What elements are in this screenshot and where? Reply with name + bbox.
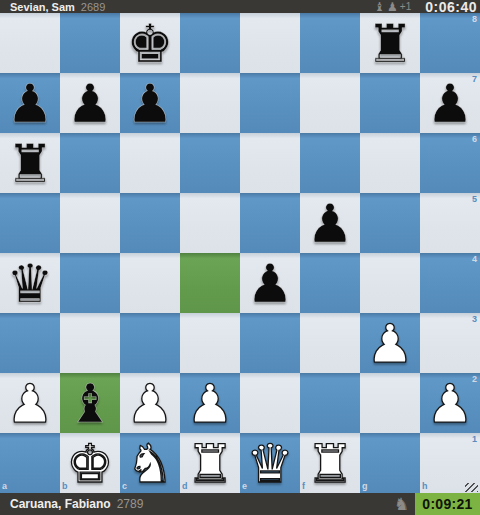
top-player-rating: 2689 bbox=[81, 1, 105, 13]
piece-black-rook-a6[interactable]: ♜ bbox=[0, 133, 60, 193]
material-advantage: +1 bbox=[400, 1, 411, 12]
square-e5[interactable] bbox=[240, 193, 300, 253]
top-player-bar: Sevian, Sam 2689 ♝ ♟ +1 0:06:40 bbox=[0, 0, 480, 13]
square-c4[interactable] bbox=[120, 253, 180, 313]
square-b7[interactable]: ♟ bbox=[60, 73, 120, 133]
piece-black-king-c8[interactable]: ♚ bbox=[120, 13, 180, 73]
square-b4[interactable] bbox=[60, 253, 120, 313]
square-f7[interactable] bbox=[300, 73, 360, 133]
rank-label-1: 1 bbox=[472, 435, 477, 444]
chess-app-window: Sevian, Sam 2689 ♝ ♟ +1 0:06:40 ♚♜8♟♟♟7♟… bbox=[0, 0, 480, 515]
square-a6[interactable]: ♜ bbox=[0, 133, 60, 193]
piece-white-knight-c1[interactable]: ♞ bbox=[120, 433, 180, 493]
square-a2[interactable]: ♟ bbox=[0, 373, 60, 433]
square-g2[interactable] bbox=[360, 373, 420, 433]
board-resize-handle[interactable] bbox=[465, 483, 478, 492]
square-g8[interactable]: ♜ bbox=[360, 13, 420, 73]
square-c6[interactable] bbox=[120, 133, 180, 193]
top-player-name: Sevian, Sam bbox=[10, 1, 75, 13]
square-d3[interactable] bbox=[180, 313, 240, 373]
square-f3[interactable] bbox=[300, 313, 360, 373]
square-e7[interactable] bbox=[240, 73, 300, 133]
square-d4[interactable] bbox=[180, 253, 240, 313]
piece-black-pawn-e4[interactable]: ♟ bbox=[240, 253, 300, 313]
square-e3[interactable] bbox=[240, 313, 300, 373]
square-e6[interactable] bbox=[240, 133, 300, 193]
square-d2[interactable]: ♟ bbox=[180, 373, 240, 433]
square-d7[interactable] bbox=[180, 73, 240, 133]
square-b5[interactable] bbox=[60, 193, 120, 253]
square-g6[interactable] bbox=[360, 133, 420, 193]
square-g4[interactable] bbox=[360, 253, 420, 313]
square-d8[interactable] bbox=[180, 13, 240, 73]
square-c5[interactable] bbox=[120, 193, 180, 253]
piece-white-pawn-g3[interactable]: ♟ bbox=[360, 313, 420, 373]
square-f5[interactable]: ♟ bbox=[300, 193, 360, 253]
rank-label-4: 4 bbox=[472, 255, 477, 264]
square-c1[interactable]: c♞ bbox=[120, 433, 180, 493]
piece-white-pawn-a2[interactable]: ♟ bbox=[0, 373, 60, 433]
piece-white-pawn-h2[interactable]: ♟ bbox=[420, 373, 480, 433]
square-e2[interactable] bbox=[240, 373, 300, 433]
square-g7[interactable] bbox=[360, 73, 420, 133]
square-e4[interactable]: ♟ bbox=[240, 253, 300, 313]
bottom-player-bar: Caruana, Fabiano 2789 ♞ 0:09:21 bbox=[0, 493, 480, 515]
file-label-a: a bbox=[2, 482, 7, 491]
bishop-icon: ♝ bbox=[374, 1, 385, 13]
rank-label-6: 6 bbox=[472, 135, 477, 144]
bottom-player-rating: 2789 bbox=[117, 497, 144, 511]
piece-black-pawn-a7[interactable]: ♟ bbox=[0, 73, 60, 133]
square-f6[interactable] bbox=[300, 133, 360, 193]
square-e1[interactable]: e♛ bbox=[240, 433, 300, 493]
knight-icon: ♞ bbox=[394, 496, 409, 513]
square-a3[interactable] bbox=[0, 313, 60, 373]
square-b2[interactable]: ♝ bbox=[60, 373, 120, 433]
piece-white-king-b1[interactable]: ♚ bbox=[60, 433, 120, 493]
square-a7[interactable]: ♟ bbox=[0, 73, 60, 133]
square-g1[interactable]: g bbox=[360, 433, 420, 493]
square-a5[interactable] bbox=[0, 193, 60, 253]
square-d6[interactable] bbox=[180, 133, 240, 193]
square-a8[interactable] bbox=[0, 13, 60, 73]
square-h3[interactable]: 3 bbox=[420, 313, 480, 373]
rank-label-3: 3 bbox=[472, 315, 477, 324]
piece-white-rook-d1[interactable]: ♜ bbox=[180, 433, 240, 493]
square-f2[interactable] bbox=[300, 373, 360, 433]
bottom-player-name: Caruana, Fabiano bbox=[10, 497, 111, 511]
piece-black-pawn-c7[interactable]: ♟ bbox=[120, 73, 180, 133]
rank-label-8: 8 bbox=[472, 15, 477, 24]
square-h2[interactable]: 2♟ bbox=[420, 373, 480, 433]
square-b8[interactable] bbox=[60, 13, 120, 73]
square-h4[interactable]: 4 bbox=[420, 253, 480, 313]
square-c2[interactable]: ♟ bbox=[120, 373, 180, 433]
piece-black-bishop-b2[interactable]: ♝ bbox=[60, 373, 120, 433]
square-c3[interactable] bbox=[120, 313, 180, 373]
piece-white-rook-f1[interactable]: ♜ bbox=[300, 433, 360, 493]
piece-black-rook-g8[interactable]: ♜ bbox=[360, 13, 420, 73]
piece-white-pawn-c2[interactable]: ♟ bbox=[120, 373, 180, 433]
piece-black-pawn-b7[interactable]: ♟ bbox=[60, 73, 120, 133]
piece-white-queen-e1[interactable]: ♛ bbox=[240, 433, 300, 493]
bottom-player-clock-active: 0:09:21 bbox=[415, 493, 480, 515]
square-e8[interactable] bbox=[240, 13, 300, 73]
square-b3[interactable] bbox=[60, 313, 120, 373]
chess-board[interactable]: ♚♜8♟♟♟7♟♜6♟5♛♟4♟3♟♝♟♟2♟ab♚c♞d♜e♛f♜g1h bbox=[0, 13, 480, 493]
file-label-g: g bbox=[362, 482, 368, 491]
pawn-icon: ♟ bbox=[387, 1, 398, 13]
square-a4[interactable]: ♛ bbox=[0, 253, 60, 313]
piece-black-queen-a4[interactable]: ♛ bbox=[0, 253, 60, 313]
piece-black-pawn-f5[interactable]: ♟ bbox=[300, 193, 360, 253]
rank-label-5: 5 bbox=[472, 195, 477, 204]
square-f8[interactable] bbox=[300, 13, 360, 73]
square-b6[interactable] bbox=[60, 133, 120, 193]
square-g3[interactable]: ♟ bbox=[360, 313, 420, 373]
square-c8[interactable]: ♚ bbox=[120, 13, 180, 73]
square-d1[interactable]: d♜ bbox=[180, 433, 240, 493]
square-f4[interactable] bbox=[300, 253, 360, 313]
square-h6[interactable]: 6 bbox=[420, 133, 480, 193]
square-h8[interactable]: 8 bbox=[420, 13, 480, 73]
square-f1[interactable]: f♜ bbox=[300, 433, 360, 493]
square-h5[interactable]: 5 bbox=[420, 193, 480, 253]
square-g5[interactable] bbox=[360, 193, 420, 253]
square-a1[interactable]: a bbox=[0, 433, 60, 493]
square-d5[interactable] bbox=[180, 193, 240, 253]
piece-white-pawn-d2[interactable]: ♟ bbox=[180, 373, 240, 433]
square-h7[interactable]: 7♟ bbox=[420, 73, 480, 133]
square-b1[interactable]: b♚ bbox=[60, 433, 120, 493]
square-c7[interactable]: ♟ bbox=[120, 73, 180, 133]
piece-black-pawn-h7[interactable]: ♟ bbox=[420, 73, 480, 133]
file-label-h: h bbox=[422, 482, 428, 491]
